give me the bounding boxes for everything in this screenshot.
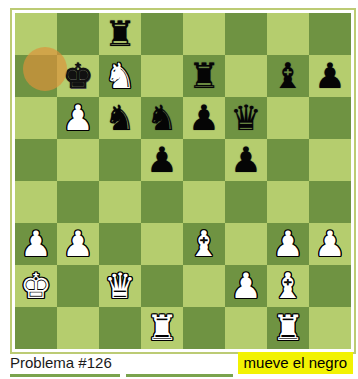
piece-black-pawn[interactable]: ♟ xyxy=(141,139,183,181)
square-f8[interactable] xyxy=(225,13,267,55)
square-a8[interactable] xyxy=(15,13,57,55)
square-a4[interactable] xyxy=(15,181,57,223)
square-e5[interactable] xyxy=(183,139,225,181)
square-f6[interactable]: ♛ xyxy=(225,97,267,139)
piece-black-knight[interactable]: ♞ xyxy=(141,97,183,139)
square-b3[interactable]: ♟ xyxy=(57,223,99,265)
piece-white-pawn[interactable]: ♟ xyxy=(15,223,57,265)
square-e2[interactable] xyxy=(183,265,225,307)
square-h4[interactable] xyxy=(309,181,351,223)
square-e4[interactable] xyxy=(183,181,225,223)
piece-white-queen[interactable]: ♛ xyxy=(99,265,141,307)
square-e1[interactable] xyxy=(183,307,225,349)
piece-black-queen[interactable]: ♛ xyxy=(225,97,267,139)
piece-black-pawn[interactable]: ♟ xyxy=(309,55,351,97)
square-b7[interactable]: ♚ xyxy=(57,55,99,97)
piece-white-bishop[interactable]: ♝ xyxy=(183,223,225,265)
piece-white-pawn[interactable]: ♟ xyxy=(57,223,99,265)
square-e8[interactable] xyxy=(183,13,225,55)
square-d8[interactable] xyxy=(141,13,183,55)
piece-white-rook[interactable]: ♜ xyxy=(141,307,183,349)
square-g7[interactable]: ♝ xyxy=(267,55,309,97)
square-h2[interactable] xyxy=(309,265,351,307)
square-f3[interactable] xyxy=(225,223,267,265)
square-h6[interactable] xyxy=(309,97,351,139)
square-a2[interactable]: ♚ xyxy=(15,265,57,307)
square-b2[interactable] xyxy=(57,265,99,307)
piece-white-pawn[interactable]: ♟ xyxy=(267,223,309,265)
square-h7[interactable]: ♟ xyxy=(309,55,351,97)
square-e3[interactable]: ♝ xyxy=(183,223,225,265)
square-h3[interactable]: ♟ xyxy=(309,223,351,265)
caption-row: Problema #126 mueve el negro xyxy=(0,352,358,376)
square-f1[interactable] xyxy=(225,307,267,349)
square-e7[interactable]: ♜ xyxy=(183,55,225,97)
square-d2[interactable] xyxy=(141,265,183,307)
square-f2[interactable]: ♟ xyxy=(225,265,267,307)
square-f5[interactable]: ♟ xyxy=(225,139,267,181)
piece-black-knight[interactable]: ♞ xyxy=(99,97,141,139)
square-d3[interactable] xyxy=(141,223,183,265)
piece-black-rook[interactable]: ♜ xyxy=(183,55,225,97)
square-a6[interactable] xyxy=(15,97,57,139)
piece-white-pawn[interactable]: ♟ xyxy=(225,265,267,307)
square-a7[interactable] xyxy=(15,55,57,97)
square-b4[interactable] xyxy=(57,181,99,223)
square-c2[interactable]: ♛ xyxy=(99,265,141,307)
piece-white-rook[interactable]: ♜ xyxy=(267,307,309,349)
square-g4[interactable] xyxy=(267,181,309,223)
square-g3[interactable]: ♟ xyxy=(267,223,309,265)
square-g2[interactable]: ♝ xyxy=(267,265,309,307)
square-c3[interactable] xyxy=(99,223,141,265)
square-c4[interactable] xyxy=(99,181,141,223)
chess-board: ♜♚♞♜♝♟♟♞♞♟♛♟♟♟♟♝♟♟♚♛♟♝♜♜ xyxy=(15,13,351,349)
square-b1[interactable] xyxy=(57,307,99,349)
square-d5[interactable]: ♟ xyxy=(141,139,183,181)
piece-black-king[interactable]: ♚ xyxy=(57,55,99,97)
square-d6[interactable]: ♞ xyxy=(141,97,183,139)
piece-black-pawn[interactable]: ♟ xyxy=(183,97,225,139)
piece-white-king[interactable]: ♚ xyxy=(15,265,57,307)
square-c8[interactable]: ♜ xyxy=(99,13,141,55)
piece-white-bishop[interactable]: ♝ xyxy=(267,265,309,307)
square-c1[interactable] xyxy=(99,307,141,349)
square-b6[interactable]: ♟ xyxy=(57,97,99,139)
square-d4[interactable] xyxy=(141,181,183,223)
square-d7[interactable] xyxy=(141,55,183,97)
square-h8[interactable] xyxy=(309,13,351,55)
square-c7[interactable]: ♞ xyxy=(99,55,141,97)
square-a1[interactable] xyxy=(15,307,57,349)
square-c5[interactable] xyxy=(99,139,141,181)
square-g6[interactable] xyxy=(267,97,309,139)
piece-black-pawn[interactable]: ♟ xyxy=(225,139,267,181)
problem-number-label: Problema #126 xyxy=(10,354,112,371)
bottom-divider-left xyxy=(10,374,120,377)
chess-board-frame: ♜♚♞♜♝♟♟♞♞♟♛♟♟♟♟♝♟♟♚♛♟♝♜♜ xyxy=(10,8,356,354)
square-e6[interactable]: ♟ xyxy=(183,97,225,139)
piece-white-pawn[interactable]: ♟ xyxy=(57,97,99,139)
piece-black-bishop[interactable]: ♝ xyxy=(267,55,309,97)
square-h1[interactable] xyxy=(309,307,351,349)
square-g1[interactable]: ♜ xyxy=(267,307,309,349)
square-d1[interactable]: ♜ xyxy=(141,307,183,349)
square-g5[interactable] xyxy=(267,139,309,181)
piece-white-pawn[interactable]: ♟ xyxy=(309,223,351,265)
square-h5[interactable] xyxy=(309,139,351,181)
square-c6[interactable]: ♞ xyxy=(99,97,141,139)
square-f4[interactable] xyxy=(225,181,267,223)
square-g8[interactable] xyxy=(267,13,309,55)
piece-black-rook[interactable]: ♜ xyxy=(99,13,141,55)
square-a3[interactable]: ♟ xyxy=(15,223,57,265)
square-a5[interactable] xyxy=(15,139,57,181)
square-b5[interactable] xyxy=(57,139,99,181)
square-b8[interactable] xyxy=(57,13,99,55)
piece-white-knight[interactable]: ♞ xyxy=(99,55,141,97)
bottom-divider-middle xyxy=(126,374,233,377)
square-f7[interactable] xyxy=(225,55,267,97)
turn-to-move-badge: mueve el negro xyxy=(238,352,353,374)
